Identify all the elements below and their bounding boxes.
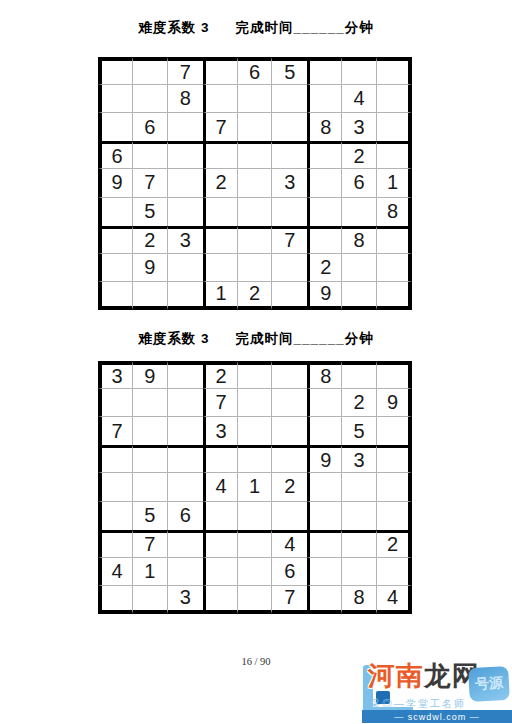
sudoku-cell	[272, 445, 307, 473]
sudoku-cell: 7	[203, 113, 238, 141]
sudoku-cell	[238, 445, 273, 473]
puzzle-2-title: 难度系数 3 完成时间______分钟	[0, 330, 512, 348]
sudoku-cell: 2	[238, 282, 273, 310]
sudoku-cell	[377, 558, 412, 586]
sudoku-cell	[307, 473, 342, 501]
sudoku-cell: 2	[342, 141, 377, 169]
sudoku-cell	[307, 417, 342, 445]
sudoku-cell: 8	[168, 85, 203, 113]
sudoku-cell	[377, 141, 412, 169]
sudoku-cell	[168, 389, 203, 417]
sudoku-cell	[238, 85, 273, 113]
watermark-seal-badge-icon: 号源	[468, 666, 510, 702]
sudoku-board-2: 392872973593412567424163784	[98, 361, 412, 614]
sudoku-cell	[168, 530, 203, 558]
sudoku-cell	[168, 445, 203, 473]
sudoku-cell	[98, 473, 133, 501]
sudoku-cell	[272, 282, 307, 310]
sudoku-cell: 2	[272, 473, 307, 501]
sudoku-cell	[238, 361, 273, 389]
sudoku-cell: 9	[98, 169, 133, 197]
sudoku-cell: 3	[272, 169, 307, 197]
sudoku-cell	[168, 141, 203, 169]
sudoku-cell	[238, 502, 273, 530]
sudoku-cell	[98, 226, 133, 254]
sudoku-cell: 4	[272, 530, 307, 558]
sudoku-cell	[168, 113, 203, 141]
sudoku-cell: 4	[203, 473, 238, 501]
sudoku-cell: 3	[168, 586, 203, 614]
sudoku-cell	[307, 169, 342, 197]
sudoku-cell	[98, 282, 133, 310]
sudoku-cell	[98, 254, 133, 282]
sudoku-cell: 7	[98, 417, 133, 445]
sudoku-cell	[238, 558, 273, 586]
sudoku-cell: 2	[342, 389, 377, 417]
sudoku-cell	[377, 226, 412, 254]
sudoku-cell	[133, 417, 168, 445]
difficulty-label: 难度系数 3	[138, 330, 209, 348]
sudoku-cell	[377, 254, 412, 282]
sudoku-cell	[272, 113, 307, 141]
sudoku-cell	[238, 141, 273, 169]
sudoku-cell	[133, 141, 168, 169]
sudoku-cell	[377, 282, 412, 310]
sudoku-cell: 1	[377, 169, 412, 197]
sudoku-cell: 3	[342, 113, 377, 141]
watermark-site-name: 河南龙网	[368, 660, 480, 692]
sudoku-cell	[377, 57, 412, 85]
sudoku-cell: 7	[272, 586, 307, 614]
sudoku-cell	[203, 530, 238, 558]
sudoku-cell	[307, 141, 342, 169]
sudoku-cell	[133, 57, 168, 85]
sudoku-cell	[98, 530, 133, 558]
difficulty-label: 难度系数 3	[138, 19, 209, 37]
sudoku-cell: 1	[238, 473, 273, 501]
sudoku-cell	[342, 282, 377, 310]
sudoku-cell	[342, 473, 377, 501]
sudoku-cell: 2	[307, 254, 342, 282]
sudoku-cell	[203, 85, 238, 113]
sudoku-cell	[377, 473, 412, 501]
sudoku-cell	[307, 558, 342, 586]
sudoku-cell: 5	[342, 417, 377, 445]
sudoku-cell	[272, 254, 307, 282]
sudoku-cell	[98, 586, 133, 614]
sudoku-cell: 4	[342, 85, 377, 113]
sudoku-cell: 8	[342, 586, 377, 614]
sudoku-cell	[342, 57, 377, 85]
sudoku-cell	[238, 226, 273, 254]
sudoku-cell: 9	[307, 282, 342, 310]
sudoku-cell: 1	[203, 282, 238, 310]
sudoku-cell	[203, 502, 238, 530]
completion-time-label: 完成时间______分钟	[236, 19, 374, 37]
sudoku-cell: 2	[203, 361, 238, 389]
sudoku-cell: 7	[203, 389, 238, 417]
sudoku-cell: 1	[133, 558, 168, 586]
watermark-tagline: 采◎—学堂工名师	[370, 697, 466, 711]
sudoku-cell	[272, 417, 307, 445]
sudoku-cell	[238, 198, 273, 226]
site-name-part-1: 河南	[368, 661, 424, 691]
sudoku-cell	[133, 85, 168, 113]
sudoku-cell	[133, 282, 168, 310]
sudoku-cell	[168, 558, 203, 586]
sudoku-cell	[272, 389, 307, 417]
sudoku-cell: 7	[133, 530, 168, 558]
sudoku-cell	[342, 361, 377, 389]
sudoku-cell: 2	[377, 530, 412, 558]
sudoku-cell: 5	[133, 198, 168, 226]
sudoku-cell	[307, 389, 342, 417]
watermark: 河南龙网 号源 采◎—学堂工名师 — scwdwl.com —	[362, 654, 512, 724]
sudoku-cell	[168, 169, 203, 197]
sudoku-cell	[98, 389, 133, 417]
sudoku-cell	[307, 530, 342, 558]
sudoku-cell: 6	[272, 558, 307, 586]
sudoku-cell: 8	[377, 198, 412, 226]
sudoku-cell	[307, 502, 342, 530]
sudoku-cell	[133, 586, 168, 614]
sudoku-cell	[133, 445, 168, 473]
sudoku-cell	[98, 198, 133, 226]
sudoku-cell	[342, 530, 377, 558]
sudoku-cell: 3	[203, 417, 238, 445]
sudoku-cell: 6	[238, 57, 273, 85]
sudoku-cell	[307, 226, 342, 254]
sudoku-cell	[377, 361, 412, 389]
sudoku-cell: 3	[342, 445, 377, 473]
sudoku-cell	[342, 502, 377, 530]
sudoku-cell	[238, 113, 273, 141]
sudoku-cell	[203, 198, 238, 226]
sudoku-cell: 5	[272, 57, 307, 85]
sudoku-cell: 4	[98, 558, 133, 586]
sudoku-cell: 8	[342, 226, 377, 254]
sudoku-cell	[238, 586, 273, 614]
sudoku-cell	[238, 530, 273, 558]
sudoku-cell	[307, 586, 342, 614]
sudoku-cell	[377, 85, 412, 113]
sudoku-cell	[203, 445, 238, 473]
sudoku-cell	[272, 85, 307, 113]
sudoku-cell	[377, 113, 412, 141]
sudoku-cell	[98, 445, 133, 473]
sudoku-cell	[203, 226, 238, 254]
sudoku-cell	[168, 361, 203, 389]
sudoku-cell	[307, 57, 342, 85]
puzzle-1-title: 难度系数 3 完成时间______分钟	[0, 19, 512, 37]
sudoku-cell	[168, 254, 203, 282]
sudoku-cell	[238, 389, 273, 417]
sudoku-cell	[203, 586, 238, 614]
watermark-domain-bar: — scwdwl.com —	[362, 710, 512, 723]
sudoku-cell	[272, 141, 307, 169]
sudoku-cell: 6	[133, 113, 168, 141]
sudoku-cell: 2	[203, 169, 238, 197]
sudoku-cell	[168, 282, 203, 310]
sudoku-cell: 4	[377, 586, 412, 614]
sudoku-cell: 7	[168, 57, 203, 85]
sudoku-cell	[98, 85, 133, 113]
sudoku-cell	[133, 473, 168, 501]
sudoku-cell	[203, 558, 238, 586]
sudoku-cell: 6	[168, 502, 203, 530]
sudoku-cell	[342, 558, 377, 586]
sudoku-cell: 3	[168, 226, 203, 254]
sudoku-cell: 9	[307, 445, 342, 473]
sudoku-cell: 9	[133, 254, 168, 282]
sudoku-cell: 2	[133, 226, 168, 254]
sudoku-cell	[203, 141, 238, 169]
sudoku-cell	[307, 198, 342, 226]
sudoku-cell: 5	[133, 502, 168, 530]
sudoku-cell	[203, 57, 238, 85]
sudoku-cell	[238, 417, 273, 445]
sudoku-cell: 6	[342, 169, 377, 197]
sudoku-cell	[377, 445, 412, 473]
sudoku-cell	[272, 502, 307, 530]
sudoku-cell	[342, 254, 377, 282]
sudoku-cell	[168, 473, 203, 501]
sudoku-cell	[238, 254, 273, 282]
sudoku-cell: 9	[377, 389, 412, 417]
sudoku-cell: 7	[133, 169, 168, 197]
sudoku-cell	[98, 57, 133, 85]
sudoku-cell: 8	[307, 113, 342, 141]
sudoku-cell	[342, 198, 377, 226]
sudoku-cell: 6	[98, 141, 133, 169]
sudoku-cell: 3	[98, 361, 133, 389]
sudoku-cell	[98, 113, 133, 141]
sudoku-cell	[168, 198, 203, 226]
sudoku-cell	[203, 254, 238, 282]
sudoku-cell	[98, 502, 133, 530]
sudoku-cell	[272, 361, 307, 389]
sudoku-cell: 7	[272, 226, 307, 254]
completion-time-label: 完成时间______分钟	[236, 330, 374, 348]
sudoku-cell	[377, 417, 412, 445]
sudoku-cell	[168, 417, 203, 445]
sudoku-cell	[307, 85, 342, 113]
sudoku-cell	[272, 198, 307, 226]
sudoku-cell	[133, 389, 168, 417]
sudoku-cell	[238, 169, 273, 197]
sudoku-cell: 8	[307, 361, 342, 389]
sudoku-cell: 9	[133, 361, 168, 389]
sudoku-board-1: 7658467836297236158237892129	[98, 57, 412, 310]
sudoku-cell	[377, 502, 412, 530]
